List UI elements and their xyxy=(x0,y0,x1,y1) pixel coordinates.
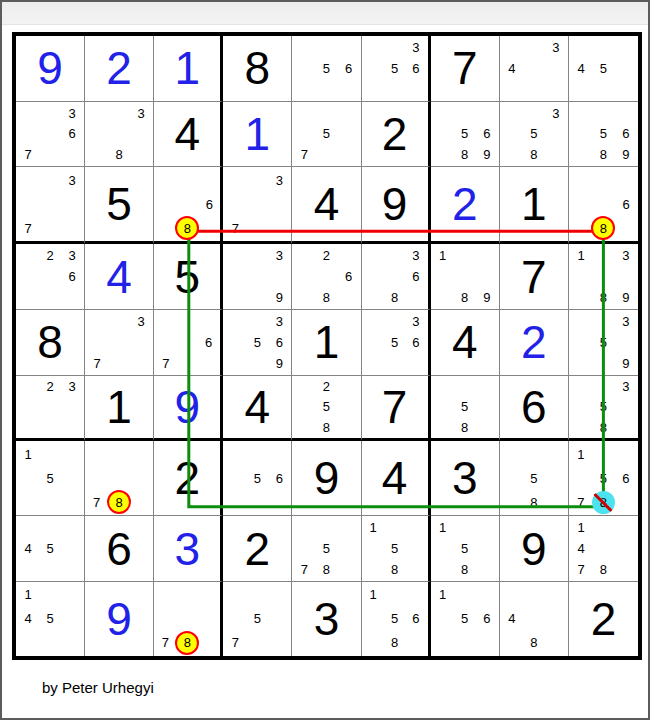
candidate-grid: 58 xyxy=(500,441,568,515)
candidate-1: 1 xyxy=(439,588,446,601)
eliminated-candidate-marker: 8 xyxy=(592,491,615,514)
candidate-grid: 368 xyxy=(362,244,428,309)
candidate-3: 3 xyxy=(552,41,559,54)
solved-digit: 1 xyxy=(154,36,220,101)
candidate-6: 6 xyxy=(206,198,213,211)
candidate-6: 6 xyxy=(68,127,75,140)
candidate-grid: 145 xyxy=(16,582,84,656)
solved-digit: 2 xyxy=(431,167,499,241)
cell-r5c5[interactable]: 1 xyxy=(292,310,361,376)
cell-r9c2[interactable]: 9 xyxy=(85,582,154,656)
cell-r9c4[interactable]: 57 xyxy=(223,582,292,656)
candidate-6: 6 xyxy=(623,198,630,211)
cell-r7c3[interactable]: 2 xyxy=(154,441,223,516)
solved-digit: 7 xyxy=(431,36,499,101)
candidate-grid: 37 xyxy=(85,310,153,375)
candidate-7: 7 xyxy=(162,357,169,370)
candidate-grid: 23 xyxy=(16,376,84,439)
solved-digit: 3 xyxy=(154,516,220,581)
candidate-5: 5 xyxy=(46,612,53,625)
candidate-7: 7 xyxy=(232,636,239,649)
candidate-9: 9 xyxy=(622,357,629,370)
candidate-5: 5 xyxy=(600,62,607,75)
candidate-grid: 57 xyxy=(223,582,291,656)
candidate-1: 1 xyxy=(24,588,31,601)
cell-r4c8[interactable]: 7 xyxy=(500,244,569,310)
candidate-grid: 367 xyxy=(16,102,84,167)
candidate-2: 2 xyxy=(323,380,330,393)
cell-r1c8[interactable]: 34 xyxy=(500,36,569,102)
solved-digit: 2 xyxy=(500,310,568,375)
candidate-5: 5 xyxy=(391,612,398,625)
candidate-6: 6 xyxy=(345,270,352,283)
cell-r6c2[interactable]: 1 xyxy=(85,376,154,442)
solved-digit: 9 xyxy=(362,167,428,241)
solved-digit: 2 xyxy=(223,516,291,581)
candidate-7: 7 xyxy=(94,357,101,370)
candidate-grid: 1568 xyxy=(362,582,428,656)
candidate-3: 3 xyxy=(68,174,75,187)
cell-r5c2[interactable]: 37 xyxy=(85,310,154,376)
candidate-7: 7 xyxy=(24,148,31,161)
candidate-5: 5 xyxy=(600,472,607,485)
cell-r6c3[interactable]: 9 xyxy=(154,376,223,442)
top-bar xyxy=(2,2,648,25)
solved-digit: 6 xyxy=(85,516,153,581)
solved-digit: 3 xyxy=(292,582,360,656)
candidate-5: 5 xyxy=(530,127,537,140)
candidate-8: 8 xyxy=(530,636,537,649)
candidate-grid: 57 xyxy=(292,102,360,167)
solved-digit: 9 xyxy=(16,36,84,101)
cell-r7c7[interactable]: 3 xyxy=(431,441,500,516)
candidate-2: 2 xyxy=(323,249,330,262)
cell-r1c5[interactable]: 56 xyxy=(292,36,361,102)
candidate-8: 8 xyxy=(461,421,468,434)
solved-digit: 4 xyxy=(431,310,499,375)
cell-r9c9[interactable]: 2 xyxy=(569,582,638,656)
solved-digit: 8 xyxy=(223,36,291,101)
candidate-grid: 356 xyxy=(362,36,428,101)
cell-r4c6[interactable]: 368 xyxy=(362,244,431,310)
candidate-grid: 45 xyxy=(569,36,638,101)
candidate-1: 1 xyxy=(370,521,377,534)
sudoku-board: 9218563567344536738415725689358568937568… xyxy=(12,32,642,660)
candidate-grid: 56 xyxy=(292,36,360,101)
candidate-8: 8 xyxy=(600,148,607,161)
candidate-grid: 236 xyxy=(16,244,84,309)
cell-r2c1[interactable]: 367 xyxy=(16,102,85,168)
cell-r2c2[interactable]: 38 xyxy=(85,102,154,168)
candidate-3: 3 xyxy=(552,107,559,120)
candidate-2: 2 xyxy=(46,249,53,262)
cell-r1c3[interactable]: 1 xyxy=(154,36,223,102)
candidate-grid: 68 xyxy=(154,167,220,241)
cell-r3c3[interactable]: 68 xyxy=(154,167,223,244)
cell-r2c3[interactable]: 4 xyxy=(154,102,223,168)
candidate-grid: 358 xyxy=(569,376,638,439)
candidate-8: 8 xyxy=(323,291,330,304)
chain-node-circle: 8 xyxy=(107,490,131,514)
candidate-grid: 56 xyxy=(223,441,291,515)
cell-r8c1[interactable]: 45 xyxy=(16,516,85,582)
candidate-6: 6 xyxy=(622,127,629,140)
candidate-5: 5 xyxy=(254,336,261,349)
candidate-1: 1 xyxy=(439,249,446,262)
candidate-grid: 68 xyxy=(569,167,638,241)
candidate-8: 8 xyxy=(391,636,398,649)
candidate-8: 8 xyxy=(461,148,468,161)
candidate-grid: 78 xyxy=(154,582,220,656)
candidate-5: 5 xyxy=(600,400,607,413)
candidate-grid: 58 xyxy=(431,376,499,439)
credit-text: by Peter Urhegyi xyxy=(42,679,154,696)
solved-digit: 8 xyxy=(16,310,84,375)
chain-node-circle: 8 xyxy=(591,216,615,240)
candidate-3: 3 xyxy=(68,249,75,262)
candidate-grid: 48 xyxy=(500,582,568,656)
cell-r9c6[interactable]: 1568 xyxy=(362,582,431,656)
candidate-7: 7 xyxy=(577,563,584,576)
candidate-5: 5 xyxy=(461,400,468,413)
candidate-1: 1 xyxy=(24,448,31,461)
candidate-grid: 3569 xyxy=(223,310,291,375)
candidate-8: 8 xyxy=(391,291,398,304)
candidate-3: 3 xyxy=(276,249,283,262)
candidate-5: 5 xyxy=(46,542,53,555)
candidate-8: 8 xyxy=(530,496,537,509)
cell-r4c5[interactable]: 268 xyxy=(292,244,361,310)
candidate-9: 9 xyxy=(483,291,490,304)
candidate-grid: 1389 xyxy=(569,244,638,309)
solved-digit: 6 xyxy=(500,376,568,439)
cell-r5c1[interactable]: 8 xyxy=(16,310,85,376)
candidate-1: 1 xyxy=(577,521,584,534)
candidate-grid: 78 xyxy=(85,441,153,515)
cell-r4c2[interactable]: 4 xyxy=(85,244,154,310)
solved-digit: 9 xyxy=(85,582,153,656)
cell-r8c7[interactable]: 158 xyxy=(431,516,500,582)
cell-r8c2[interactable]: 6 xyxy=(85,516,154,582)
candidate-7: 7 xyxy=(301,563,308,576)
candidate-grid: 356 xyxy=(362,310,428,375)
cell-r1c6[interactable]: 356 xyxy=(362,36,431,102)
cell-r5c6[interactable]: 356 xyxy=(362,310,431,376)
cell-r2c8[interactable]: 358 xyxy=(500,102,569,168)
candidate-4: 4 xyxy=(508,612,515,625)
candidate-5: 5 xyxy=(600,336,607,349)
cell-r7c5[interactable]: 9 xyxy=(292,441,361,516)
cell-r4c4[interactable]: 39 xyxy=(223,244,292,310)
cell-r3c9[interactable]: 68 xyxy=(569,167,638,244)
solved-digit: 4 xyxy=(362,441,428,515)
candidate-6: 6 xyxy=(345,62,352,75)
candidate-8: 8 xyxy=(391,563,398,576)
cell-r2c9[interactable]: 5689 xyxy=(569,102,638,168)
candidate-grid: 15678 xyxy=(569,441,638,515)
cell-r3c5[interactable]: 4 xyxy=(292,167,361,244)
candidate-5: 5 xyxy=(461,612,468,625)
candidate-5: 5 xyxy=(323,400,330,413)
candidate-6: 6 xyxy=(412,62,419,75)
candidate-8: 8 xyxy=(600,563,607,576)
cell-r3c8[interactable]: 1 xyxy=(500,167,569,244)
chain-node-circle: 8 xyxy=(175,631,199,655)
solved-digit: 1 xyxy=(85,376,153,439)
candidate-3: 3 xyxy=(412,41,419,54)
cell-r8c8[interactable]: 9 xyxy=(500,516,569,582)
candidate-4: 4 xyxy=(24,612,31,625)
candidate-4: 4 xyxy=(508,62,515,75)
candidate-5: 5 xyxy=(530,472,537,485)
candidate-4: 4 xyxy=(577,542,584,555)
candidate-3: 3 xyxy=(622,380,629,393)
candidate-5: 5 xyxy=(391,336,398,349)
candidate-9: 9 xyxy=(483,148,490,161)
candidate-1: 1 xyxy=(577,448,584,461)
cell-r5c4[interactable]: 3569 xyxy=(223,310,292,376)
candidate-grid: 158 xyxy=(431,516,499,581)
cell-r1c1[interactable]: 9 xyxy=(16,36,85,102)
cell-r2c6[interactable]: 2 xyxy=(362,102,431,168)
cell-r3c6[interactable]: 9 xyxy=(362,167,431,244)
candidate-8: 8 xyxy=(116,148,123,161)
cell-r6c4[interactable]: 4 xyxy=(223,376,292,442)
cell-r6c6[interactable]: 7 xyxy=(362,376,431,442)
cell-r8c9[interactable]: 1478 xyxy=(569,516,638,582)
candidate-8: 8 xyxy=(461,563,468,576)
solved-digit: 9 xyxy=(292,441,360,515)
cell-r3c2[interactable]: 5 xyxy=(85,167,154,244)
candidate-grid: 39 xyxy=(223,244,291,309)
cell-r1c7[interactable]: 7 xyxy=(431,36,500,102)
candidate-3: 3 xyxy=(412,315,419,328)
candidate-grid: 156 xyxy=(431,582,499,656)
candidate-8: 8 xyxy=(600,421,607,434)
candidate-5: 5 xyxy=(323,542,330,555)
candidate-grid: 38 xyxy=(85,102,153,167)
candidate-5: 5 xyxy=(46,472,53,485)
candidate-5: 5 xyxy=(323,62,330,75)
candidate-grid: 1478 xyxy=(569,516,638,581)
cell-r4c9[interactable]: 1389 xyxy=(569,244,638,310)
solved-digit: 5 xyxy=(85,167,153,241)
solved-digit: 4 xyxy=(154,102,220,167)
candidate-5: 5 xyxy=(600,127,607,140)
candidate-3: 3 xyxy=(68,107,75,120)
cell-r7c6[interactable]: 4 xyxy=(362,441,431,516)
candidate-7: 7 xyxy=(24,222,31,235)
cell-r1c2[interactable]: 2 xyxy=(85,36,154,102)
cell-r9c5[interactable]: 3 xyxy=(292,582,361,656)
candidate-3: 3 xyxy=(138,315,145,328)
cell-r3c1[interactable]: 37 xyxy=(16,167,85,244)
cell-r9c7[interactable]: 156 xyxy=(431,582,500,656)
candidate-grid: 578 xyxy=(292,516,360,581)
cell-r1c4[interactable]: 8 xyxy=(223,36,292,102)
cell-r5c7[interactable]: 4 xyxy=(431,310,500,376)
cell-r8c4[interactable]: 2 xyxy=(223,516,292,582)
candidate-8: 8 xyxy=(461,291,468,304)
candidate-6: 6 xyxy=(205,336,212,349)
cell-r5c8[interactable]: 2 xyxy=(500,310,569,376)
cell-r6c1[interactable]: 23 xyxy=(16,376,85,442)
candidate-3: 3 xyxy=(138,107,145,120)
candidate-grid: 358 xyxy=(500,102,568,167)
candidate-grid: 258 xyxy=(292,376,360,439)
cell-r4c3[interactable]: 5 xyxy=(154,244,223,310)
candidate-8: 8 xyxy=(530,148,537,161)
candidate-5: 5 xyxy=(254,472,261,485)
candidate-grid: 359 xyxy=(569,310,638,375)
solved-digit: 5 xyxy=(154,244,220,309)
solved-digit: 1 xyxy=(223,102,291,167)
candidate-1: 1 xyxy=(370,588,377,601)
solved-digit: 1 xyxy=(500,167,568,241)
cell-r3c4[interactable]: 37 xyxy=(223,167,292,244)
page-frame: 9218563567344536738415725689358568937568… xyxy=(0,0,650,720)
solved-digit: 4 xyxy=(85,244,153,309)
cell-r8c6[interactable]: 158 xyxy=(362,516,431,582)
solved-digit: 2 xyxy=(362,102,428,167)
solved-digit: 7 xyxy=(362,376,428,439)
candidate-6: 6 xyxy=(68,270,75,283)
cell-r8c5[interactable]: 578 xyxy=(292,516,361,582)
candidate-3: 3 xyxy=(276,315,283,328)
cell-r1c9[interactable]: 45 xyxy=(569,36,638,102)
cell-r2c5[interactable]: 57 xyxy=(292,102,361,168)
cell-r7c4[interactable]: 56 xyxy=(223,441,292,516)
chain-node-circle: 8 xyxy=(175,216,199,240)
candidate-7: 7 xyxy=(162,636,169,649)
candidate-7: 7 xyxy=(93,496,100,509)
candidate-5: 5 xyxy=(323,127,330,140)
candidate-5: 5 xyxy=(254,612,261,625)
cell-r6c8[interactable]: 6 xyxy=(500,376,569,442)
solved-digit: 4 xyxy=(292,167,360,241)
candidate-6: 6 xyxy=(412,612,419,625)
cell-r6c7[interactable]: 58 xyxy=(431,376,500,442)
candidate-8: 8 xyxy=(600,291,607,304)
candidate-1: 1 xyxy=(577,249,584,262)
cell-r9c3[interactable]: 78 xyxy=(154,582,223,656)
candidate-1: 1 xyxy=(439,521,446,534)
candidate-grid: 268 xyxy=(292,244,360,309)
solved-digit: 1 xyxy=(292,310,360,375)
candidate-grid: 34 xyxy=(500,36,568,101)
cell-r5c9[interactable]: 359 xyxy=(569,310,638,376)
cell-r4c1[interactable]: 236 xyxy=(16,244,85,310)
candidate-5: 5 xyxy=(461,127,468,140)
solved-digit: 2 xyxy=(85,36,153,101)
candidate-9: 9 xyxy=(622,148,629,161)
candidate-3: 3 xyxy=(276,174,283,187)
cell-r4c7[interactable]: 189 xyxy=(431,244,500,310)
candidate-4: 4 xyxy=(577,62,584,75)
candidate-6: 6 xyxy=(483,612,490,625)
solved-digit: 4 xyxy=(223,376,291,439)
candidate-8: 8 xyxy=(323,563,330,576)
candidate-9: 9 xyxy=(276,357,283,370)
cell-r7c8[interactable]: 58 xyxy=(500,441,569,516)
cell-r8c3[interactable]: 3 xyxy=(154,516,223,582)
solved-digit: 9 xyxy=(154,376,220,439)
cell-r7c9[interactable]: 15678 xyxy=(569,441,638,516)
cell-r2c4[interactable]: 1 xyxy=(223,102,292,168)
candidate-9: 9 xyxy=(276,291,283,304)
candidate-6: 6 xyxy=(412,336,419,349)
cell-r6c9[interactable]: 358 xyxy=(569,376,638,442)
candidate-6: 6 xyxy=(276,472,283,485)
candidate-5: 5 xyxy=(461,542,468,555)
candidate-grid: 189 xyxy=(431,244,499,309)
candidate-3: 3 xyxy=(412,249,419,262)
candidate-grid: 5689 xyxy=(569,102,638,167)
cell-r9c8[interactable]: 48 xyxy=(500,582,569,656)
cell-r6c5[interactable]: 258 xyxy=(292,376,361,442)
candidate-grid: 67 xyxy=(154,310,220,375)
solved-digit: 2 xyxy=(154,441,220,515)
candidate-6: 6 xyxy=(412,270,419,283)
candidate-2: 2 xyxy=(46,380,53,393)
candidate-grid: 15 xyxy=(16,441,84,515)
candidate-3: 3 xyxy=(68,380,75,393)
candidate-8: 8 xyxy=(323,421,330,434)
candidate-7: 7 xyxy=(232,222,239,235)
candidate-6: 6 xyxy=(622,472,629,485)
solved-digit: 7 xyxy=(500,244,568,309)
candidate-3: 3 xyxy=(622,315,629,328)
cell-r7c2[interactable]: 78 xyxy=(85,441,154,516)
candidate-6: 6 xyxy=(276,336,283,349)
candidate-5: 5 xyxy=(391,542,398,555)
candidate-grid: 37 xyxy=(223,167,291,241)
candidate-7: 7 xyxy=(301,148,308,161)
candidate-6: 6 xyxy=(483,127,490,140)
solved-digit: 3 xyxy=(431,441,499,515)
cell-r2c7[interactable]: 5689 xyxy=(431,102,500,168)
cell-r7c1[interactable]: 15 xyxy=(16,441,85,516)
candidate-5: 5 xyxy=(391,62,398,75)
candidate-7: 7 xyxy=(577,496,584,509)
cell-r3c7[interactable]: 2 xyxy=(431,167,500,244)
solved-digit: 2 xyxy=(569,582,638,656)
candidate-9: 9 xyxy=(622,291,629,304)
candidate-grid: 5689 xyxy=(431,102,499,167)
cell-r5c3[interactable]: 67 xyxy=(154,310,223,376)
candidate-4: 4 xyxy=(24,542,31,555)
candidate-grid: 45 xyxy=(16,516,84,581)
cell-r9c1[interactable]: 145 xyxy=(16,582,85,656)
candidate-grid: 158 xyxy=(362,516,428,581)
solved-digit: 9 xyxy=(500,516,568,581)
candidate-grid: 37 xyxy=(16,167,84,241)
candidate-3: 3 xyxy=(622,249,629,262)
